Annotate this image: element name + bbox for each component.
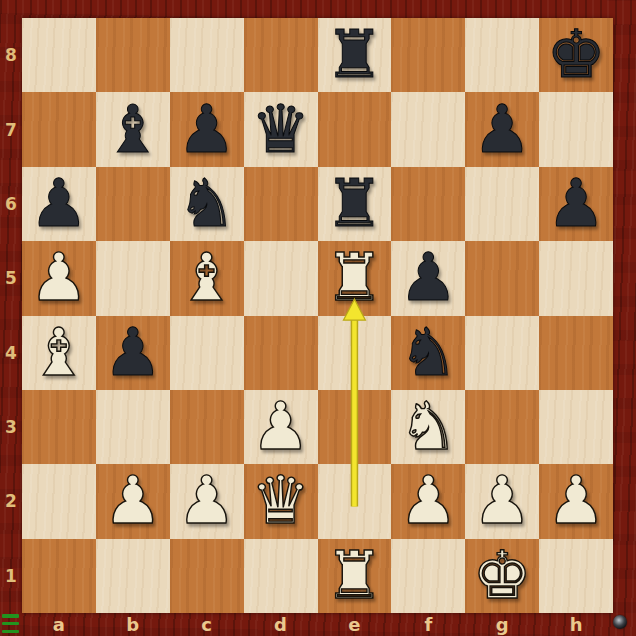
square-d2[interactable]: ♛ xyxy=(244,464,318,538)
square-g3[interactable] xyxy=(465,390,539,464)
square-g1[interactable]: ♚ xyxy=(465,539,539,613)
square-h1[interactable] xyxy=(539,539,613,613)
square-h7[interactable] xyxy=(539,92,613,166)
piece-black-pawn-a6[interactable]: ♟ xyxy=(29,167,88,241)
square-b7[interactable]: ♝ xyxy=(96,92,170,166)
square-h2[interactable]: ♟ xyxy=(539,464,613,538)
rank-label-6: 6 xyxy=(0,167,22,241)
square-b4[interactable]: ♟ xyxy=(96,316,170,390)
square-d1[interactable] xyxy=(244,539,318,613)
square-d6[interactable] xyxy=(244,167,318,241)
piece-white-pawn-b2[interactable]: ♟ xyxy=(103,464,162,538)
square-e2[interactable] xyxy=(318,464,392,538)
piece-black-pawn-b4[interactable]: ♟ xyxy=(103,316,162,390)
square-a4[interactable]: ♝ xyxy=(22,316,96,390)
chess-board-frame: 87654321 abcdefgh ♜♚♝♟♛♟♟♞♜♟♟♝♜♟♝♟♞♟♞♟♟♛… xyxy=(0,0,636,636)
piece-white-queen-d2[interactable]: ♛ xyxy=(251,464,310,538)
rank-label-1: 1 xyxy=(0,539,22,613)
piece-white-knight-f3[interactable]: ♞ xyxy=(399,390,458,464)
piece-black-knight-c6[interactable]: ♞ xyxy=(177,167,236,241)
square-f8[interactable] xyxy=(391,18,465,92)
file-labels: abcdefgh xyxy=(22,613,613,636)
piece-white-rook-e1[interactable]: ♜ xyxy=(325,539,384,613)
square-b5[interactable] xyxy=(96,241,170,315)
chess-board: ♜♚♝♟♛♟♟♞♜♟♟♝♜♟♝♟♞♟♞♟♟♛♟♟♟♜♚ xyxy=(22,18,613,613)
square-e7[interactable] xyxy=(318,92,392,166)
piece-white-pawn-c2[interactable]: ♟ xyxy=(177,464,236,538)
menu-bar xyxy=(2,630,19,634)
screw-icon xyxy=(613,615,627,629)
rank-labels: 87654321 xyxy=(0,18,22,613)
square-a7[interactable] xyxy=(22,92,96,166)
square-f6[interactable] xyxy=(391,167,465,241)
square-a3[interactable] xyxy=(22,390,96,464)
file-label-f: f xyxy=(391,613,465,636)
piece-black-pawn-h6[interactable]: ♟ xyxy=(546,167,605,241)
square-e4[interactable] xyxy=(318,316,392,390)
square-g7[interactable]: ♟ xyxy=(465,92,539,166)
square-e6[interactable]: ♜ xyxy=(318,167,392,241)
file-label-e: e xyxy=(318,613,392,636)
file-label-d: d xyxy=(244,613,318,636)
piece-white-bishop-c5[interactable]: ♝ xyxy=(177,241,236,315)
square-g6[interactable] xyxy=(465,167,539,241)
piece-white-pawn-g2[interactable]: ♟ xyxy=(473,464,532,538)
hamburger-menu-icon[interactable] xyxy=(2,614,19,633)
square-c6[interactable]: ♞ xyxy=(170,167,244,241)
square-d4[interactable] xyxy=(244,316,318,390)
square-e3[interactable] xyxy=(318,390,392,464)
square-c2[interactable]: ♟ xyxy=(170,464,244,538)
piece-black-king-h8[interactable]: ♚ xyxy=(546,18,605,92)
file-label-g: g xyxy=(465,613,539,636)
square-g8[interactable] xyxy=(465,18,539,92)
rank-label-8: 8 xyxy=(0,18,22,92)
piece-white-pawn-h2[interactable]: ♟ xyxy=(546,464,605,538)
rank-label-2: 2 xyxy=(0,464,22,538)
square-e8[interactable]: ♜ xyxy=(318,18,392,92)
file-label-h: h xyxy=(539,613,613,636)
square-b2[interactable]: ♟ xyxy=(96,464,170,538)
square-c5[interactable]: ♝ xyxy=(170,241,244,315)
square-h6[interactable]: ♟ xyxy=(539,167,613,241)
square-a6[interactable]: ♟ xyxy=(22,167,96,241)
square-f5[interactable]: ♟ xyxy=(391,241,465,315)
piece-black-pawn-g7[interactable]: ♟ xyxy=(473,93,532,167)
square-d3[interactable]: ♟ xyxy=(244,390,318,464)
square-e1[interactable]: ♜ xyxy=(318,539,392,613)
rank-label-4: 4 xyxy=(0,316,22,390)
piece-white-king-g1[interactable]: ♚ xyxy=(473,539,532,613)
square-f7[interactable] xyxy=(391,92,465,166)
piece-black-pawn-f5[interactable]: ♟ xyxy=(399,241,458,315)
square-b8[interactable] xyxy=(96,18,170,92)
square-g4[interactable] xyxy=(465,316,539,390)
square-a8[interactable] xyxy=(22,18,96,92)
piece-white-pawn-f2[interactable]: ♟ xyxy=(399,464,458,538)
piece-black-pawn-c7[interactable]: ♟ xyxy=(177,93,236,167)
square-h8[interactable]: ♚ xyxy=(539,18,613,92)
piece-black-queen-d7[interactable]: ♛ xyxy=(251,93,310,167)
piece-black-rook-e8[interactable]: ♜ xyxy=(325,18,384,92)
piece-black-rook-e6[interactable]: ♜ xyxy=(325,167,384,241)
square-d7[interactable]: ♛ xyxy=(244,92,318,166)
piece-white-pawn-d3[interactable]: ♟ xyxy=(251,390,310,464)
square-f4[interactable]: ♞ xyxy=(391,316,465,390)
file-label-c: c xyxy=(170,613,244,636)
square-c7[interactable]: ♟ xyxy=(170,92,244,166)
square-d5[interactable] xyxy=(244,241,318,315)
square-c8[interactable] xyxy=(170,18,244,92)
menu-bar xyxy=(2,614,19,618)
square-e5[interactable]: ♜ xyxy=(318,241,392,315)
file-label-b: b xyxy=(96,613,170,636)
square-f1[interactable] xyxy=(391,539,465,613)
square-c3[interactable] xyxy=(170,390,244,464)
square-h5[interactable] xyxy=(539,241,613,315)
file-label-a: a xyxy=(22,613,96,636)
square-h4[interactable] xyxy=(539,316,613,390)
rank-label-5: 5 xyxy=(0,241,22,315)
square-f2[interactable]: ♟ xyxy=(391,464,465,538)
square-f3[interactable]: ♞ xyxy=(391,390,465,464)
square-d8[interactable] xyxy=(244,18,318,92)
square-b6[interactable] xyxy=(96,167,170,241)
piece-black-knight-f4[interactable]: ♞ xyxy=(399,316,458,390)
piece-black-bishop-b7[interactable]: ♝ xyxy=(103,93,162,167)
square-g2[interactable]: ♟ xyxy=(465,464,539,538)
menu-bar xyxy=(2,622,19,626)
square-c1[interactable] xyxy=(170,539,244,613)
square-h3[interactable] xyxy=(539,390,613,464)
square-a2[interactable] xyxy=(22,464,96,538)
square-g5[interactable] xyxy=(465,241,539,315)
rank-label-7: 7 xyxy=(0,92,22,166)
piece-white-bishop-a4[interactable]: ♝ xyxy=(29,316,88,390)
square-b3[interactable] xyxy=(96,390,170,464)
rank-label-3: 3 xyxy=(0,390,22,464)
square-b1[interactable] xyxy=(96,539,170,613)
piece-white-rook-e5[interactable]: ♜ xyxy=(325,241,384,315)
square-a5[interactable]: ♟ xyxy=(22,241,96,315)
square-c4[interactable] xyxy=(170,316,244,390)
square-a1[interactable] xyxy=(22,539,96,613)
piece-white-pawn-a5[interactable]: ♟ xyxy=(29,241,88,315)
